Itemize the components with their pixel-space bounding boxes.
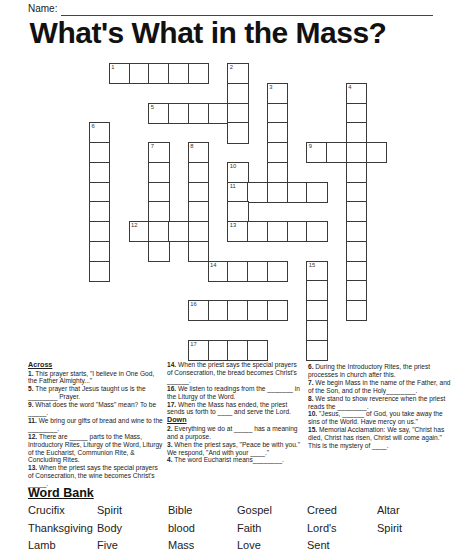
grid-cell-r5c7[interactable]: 10	[227, 162, 248, 183]
word-bank-word: Lord's	[307, 522, 377, 534]
grid-cell-r13c11[interactable]	[306, 320, 327, 341]
grid-cell-r0c4[interactable]	[168, 63, 189, 84]
cell-number-17: 17	[190, 341, 196, 348]
grid-cell-r6c10[interactable]	[287, 182, 308, 203]
grid-cell-r8c11[interactable]	[306, 221, 327, 242]
grid-cell-r4c14[interactable]	[366, 142, 387, 163]
grid-cell-r9c13[interactable]	[346, 241, 367, 262]
grid-cell-r2c3[interactable]: 5	[148, 103, 169, 124]
clue-10: 10. "Jesus, ______ of God, you take away…	[308, 410, 452, 426]
grid-cell-r5c3[interactable]	[148, 162, 169, 183]
clue-6: 6. During the Introductory Rites, the pr…	[308, 363, 452, 379]
grid-cell-r4c9[interactable]	[267, 142, 288, 163]
grid-cell-r7c5[interactable]	[188, 201, 209, 222]
grid-cell-r12c6[interactable]	[208, 300, 229, 321]
grid-cell-r2c5[interactable]	[188, 103, 209, 124]
clue-14: 14. When the priest says the special pra…	[167, 361, 304, 385]
grid-cell-r7c0[interactable]	[89, 201, 110, 222]
word-bank-heading: Word Bank	[28, 486, 94, 500]
word-bank-word: Sent	[307, 539, 377, 551]
clue-11: 11. We bring our gifts of bread and wine…	[28, 417, 165, 433]
grid-cell-r2c6[interactable]	[208, 103, 229, 124]
clue-4: 4. The word Eucharist means________.	[167, 456, 304, 464]
grid-cell-r1c7[interactable]	[227, 83, 248, 104]
grid-cell-r5c13[interactable]	[346, 162, 367, 183]
grid-cell-r14c7[interactable]	[227, 340, 248, 361]
cell-number-5: 5	[151, 104, 154, 111]
clues-column-middle: 14. When the priest says the special pra…	[167, 361, 304, 464]
name-blank-line[interactable]	[61, 1, 433, 16]
cell-number-15: 15	[309, 262, 315, 269]
grid-cell-r3c0[interactable]: 6	[89, 122, 110, 143]
down-clues-right: 6. During the Introductory Rites, the pr…	[308, 363, 452, 450]
grid-cell-r3c9[interactable]	[267, 122, 288, 143]
grid-cell-r12c7[interactable]	[227, 300, 248, 321]
word-bank-word: Creed	[307, 504, 377, 516]
grid-cell-r3c7[interactable]	[227, 122, 248, 143]
clue-12: 12. There are _____ parts to the Mass, I…	[28, 433, 165, 465]
cell-number-14: 14	[210, 262, 216, 269]
grid-cell-r0c5[interactable]	[188, 63, 209, 84]
grid-cell-r8c10[interactable]	[287, 221, 308, 242]
word-bank-word: Gospel	[237, 504, 307, 516]
across-heading: Across	[28, 361, 165, 370]
grid-cell-r6c11[interactable]	[306, 182, 327, 203]
down-heading: Down	[167, 416, 304, 425]
grid-cell-r11c13[interactable]	[346, 280, 367, 301]
cell-number-16: 16	[190, 301, 196, 308]
cell-number-9: 9	[309, 143, 312, 150]
clue-2: 2. Everything we do at _____ has a meani…	[167, 425, 304, 441]
grid-cell-r10c0[interactable]	[89, 261, 110, 282]
grid-cell-r10c7[interactable]	[227, 261, 248, 282]
clue-1: 1. This prayer starts, "I believe in One…	[28, 370, 165, 386]
clue-17: 17. When the Mass has ended, the priest …	[167, 401, 304, 417]
grid-cell-r7c3[interactable]	[148, 201, 169, 222]
grid-cell-r6c7[interactable]: 11	[227, 182, 248, 203]
grid-cell-r1c9[interactable]: 3	[267, 83, 288, 104]
grid-cell-r12c5[interactable]: 16	[188, 300, 209, 321]
cell-number-7: 7	[151, 143, 154, 150]
grid-cell-r4c5[interactable]: 8	[188, 142, 209, 163]
grid-cell-r10c8[interactable]	[247, 261, 268, 282]
grid-cell-r8c5[interactable]	[188, 221, 209, 242]
cell-number-1: 1	[111, 64, 114, 71]
clue-9: 9. What does the word "Mass" mean? To be…	[28, 401, 165, 417]
word-bank-word: Mass	[168, 539, 237, 551]
grid-cell-r4c13[interactable]	[346, 142, 367, 163]
grid-cell-r10c13[interactable]	[346, 261, 367, 282]
name-label: Name:	[28, 3, 57, 14]
grid-cell-r14c5[interactable]: 17	[188, 340, 209, 361]
grid-cell-r8c2[interactable]: 12	[129, 221, 150, 242]
word-bank-word: blood	[168, 522, 237, 534]
grid-cell-r10c6[interactable]: 14	[208, 261, 229, 282]
grid-cell-r9c0[interactable]	[89, 241, 110, 262]
grid-cell-r8c4[interactable]	[168, 221, 189, 242]
clue-15: 15. Memorial Acclamation: We say, "Chris…	[308, 426, 452, 450]
crossword-worksheet-page: Name: What's What in the Mass? 123456789…	[0, 0, 474, 555]
grid-cell-r9c3[interactable]	[148, 241, 169, 262]
grid-cell-r14c11[interactable]	[306, 340, 327, 361]
grid-cell-r0c3[interactable]	[148, 63, 169, 84]
grid-cell-r6c0[interactable]	[89, 182, 110, 203]
grid-cell-r7c13[interactable]	[346, 201, 367, 222]
word-bank-word: Spirit	[97, 504, 168, 516]
grid-cell-r0c2[interactable]	[129, 63, 150, 84]
grid-cell-r0c7[interactable]: 2	[227, 63, 248, 84]
grid-cell-r5c9[interactable]	[267, 162, 288, 183]
cell-number-8: 8	[190, 143, 193, 150]
cell-number-2: 2	[230, 64, 233, 71]
word-bank-word: Lamb	[28, 539, 97, 551]
grid-cell-r8c13[interactable]	[346, 221, 367, 242]
word-bank-word: Bible	[168, 504, 237, 516]
grid-cell-r9c5[interactable]	[188, 241, 209, 262]
clue-7: 7. We begin Mass in the name of the Fath…	[308, 379, 452, 395]
clue-13: 13. When the priest says the special pra…	[28, 464, 165, 488]
grid-cell-r6c3[interactable]	[148, 182, 169, 203]
across-clues-middle: 14. When the priest says the special pra…	[167, 361, 304, 416]
grid-cell-r12c11[interactable]	[306, 300, 327, 321]
grid-cell-r4c0[interactable]	[89, 142, 110, 163]
cell-number-10: 10	[230, 163, 236, 170]
word-bank-word: Body	[97, 522, 168, 534]
grid-cell-r8c3[interactable]	[148, 221, 169, 242]
grid-cell-r14c8[interactable]	[247, 340, 268, 361]
cell-number-12: 12	[131, 222, 137, 229]
clue-3: 3. When the priest says, "Peace be with …	[167, 441, 304, 457]
grid-cell-r2c9[interactable]	[267, 103, 288, 124]
grid-cell-r12c9[interactable]	[267, 300, 288, 321]
grid-cell-r7c7[interactable]	[227, 201, 248, 222]
word-bank-word: Altar	[377, 504, 452, 516]
clues-column-right: 6. During the Introductory Rites, the pr…	[308, 363, 452, 450]
grid-cell-r8c0[interactable]	[89, 221, 110, 242]
across-clues-left: 1. This prayer starts, "I believe in One…	[28, 370, 165, 489]
clue-16: 16. We listen to readings from the _____…	[167, 385, 304, 401]
cell-number-11: 11	[230, 183, 236, 190]
grid-cell-r6c5[interactable]	[188, 182, 209, 203]
grid-cell-r8c8[interactable]	[247, 221, 268, 242]
grid-cell-r0c1[interactable]: 1	[109, 63, 130, 84]
grid-cell-r2c13[interactable]	[346, 103, 367, 124]
cell-number-3: 3	[269, 84, 272, 91]
cell-number-6: 6	[92, 123, 95, 130]
grid-cell-r12c13[interactable]	[346, 300, 367, 321]
grid-cell-r5c5[interactable]	[188, 162, 209, 183]
grid-cell-r2c4[interactable]	[168, 103, 189, 124]
grid-cell-r14c6[interactable]	[208, 340, 229, 361]
word-bank-word: Crucifix	[28, 504, 97, 516]
page-title: What's What in the Mass?	[0, 16, 416, 50]
grid-cell-r4c12[interactable]	[326, 142, 347, 163]
grid-cell-r6c13[interactable]	[346, 182, 367, 203]
clue-5: 5. The prayer that Jesus taught us is th…	[28, 385, 165, 401]
grid-cell-r6c9[interactable]	[267, 182, 288, 203]
grid-cell-r6c8[interactable]	[247, 182, 268, 203]
grid-cell-r1c13[interactable]: 4	[346, 83, 367, 104]
grid-cell-r10c9[interactable]	[267, 261, 288, 282]
clue-8: 8. We stand to show reverence when the p…	[308, 395, 452, 411]
cell-number-4: 4	[348, 84, 351, 91]
word-bank-words: CrucifixSpiritBibleGospelCreedAltarThank…	[28, 504, 452, 555]
word-bank-word: Thanksgiving	[28, 522, 97, 534]
cell-number-13: 13	[230, 222, 236, 229]
word-bank-word: Spirit	[377, 522, 452, 534]
grid-cell-r4c11[interactable]: 9	[306, 142, 327, 163]
grid-cell-r10c11[interactable]: 15	[306, 261, 327, 282]
clues-column-left: Across 1. This prayer starts, "I believe…	[28, 361, 165, 488]
grid-cell-r2c7[interactable]	[227, 103, 248, 124]
word-bank-word: Love	[237, 539, 307, 551]
grid-cell-r4c3[interactable]: 7	[148, 142, 169, 163]
word-bank-word: Five	[97, 539, 168, 551]
crossword-grid: 1234567891011121314151617	[89, 63, 407, 361]
grid-cell-r3c13[interactable]	[346, 122, 367, 143]
grid-cell-r11c11[interactable]	[306, 280, 327, 301]
grid-cell-r8c9[interactable]	[267, 221, 288, 242]
grid-cell-r8c7[interactable]: 13	[227, 221, 248, 242]
word-bank-word: Faith	[237, 522, 307, 534]
grid-cell-r12c8[interactable]	[247, 300, 268, 321]
down-clues-middle: 2. Everything we do at _____ has a meani…	[167, 425, 304, 465]
grid-cell-r5c0[interactable]	[89, 162, 110, 183]
